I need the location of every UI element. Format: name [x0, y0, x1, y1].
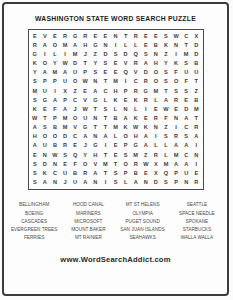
grid-cell: D — [121, 50, 131, 59]
grid-cell: S — [30, 178, 40, 187]
grid-cell: Y — [80, 151, 90, 160]
word-search-page: WASHINGTON STATE WORD SEARCH PUZZLE EVER… — [0, 0, 233, 300]
grid-cell: I — [110, 41, 120, 50]
grid-cell: E — [121, 96, 131, 105]
grid-cell: Q — [161, 169, 171, 178]
grid-cell: L — [100, 96, 110, 105]
grid-cell: A — [171, 142, 181, 151]
grid-cell: U — [181, 169, 191, 178]
grid-cell: P — [171, 178, 181, 187]
grid-cell: S — [100, 59, 110, 68]
grid-cell: F — [161, 114, 171, 123]
grid-cell: S — [30, 160, 40, 169]
grid-cell: S — [181, 133, 191, 142]
grid-cell: A — [30, 123, 40, 132]
grid-cell: M — [151, 87, 161, 96]
grid-cell: O — [50, 41, 60, 50]
grid-cell: E — [100, 32, 110, 41]
grid-cell: M — [171, 151, 181, 160]
grid-cell: I — [100, 178, 110, 187]
grid-cell: N — [141, 178, 151, 187]
grid-cell: Z — [141, 151, 151, 160]
grid-cell: U — [60, 169, 70, 178]
grid-cell: B — [110, 114, 120, 123]
grid-cell: U — [40, 87, 50, 96]
grid-cell: D — [40, 160, 50, 169]
grid-cell: Z — [70, 87, 80, 96]
word-list-item: PUGET SOUND — [117, 218, 168, 226]
grid-cell: E — [110, 59, 120, 68]
grid-cell: M — [161, 160, 171, 169]
grid-cell: G — [80, 123, 90, 132]
word-list-column: HOOD CANALMARINERSMICROSOFTMOUNT BAKERMT… — [63, 201, 114, 242]
grid-cell: Q — [70, 151, 80, 160]
word-list-column: SEATTLESPACE NEEDLESPOKANESTARBUCKSWALLA… — [171, 201, 222, 242]
grid-cell: M — [131, 151, 141, 160]
grid-cell: R — [171, 96, 181, 105]
grid-cell: L — [161, 151, 171, 160]
grid-cell: E — [171, 105, 181, 114]
grid-cell: I — [141, 105, 151, 114]
grid-cell: I — [171, 50, 181, 59]
grid-cell: L — [121, 178, 131, 187]
grid-cell: Q — [121, 69, 131, 78]
grid-cell: T — [100, 151, 110, 160]
grid-cell: A — [121, 114, 131, 123]
grid-cell: T — [90, 123, 100, 132]
grid-cell: T — [80, 59, 90, 68]
word-list-item: MT RAINIER — [63, 234, 114, 242]
grid-cell: S — [30, 96, 40, 105]
grid-cell: G — [90, 142, 100, 151]
grid-cell: H — [151, 59, 161, 68]
grid-cell: E — [80, 87, 90, 96]
grid-cell: Z — [90, 50, 100, 59]
grid-cell: I — [40, 50, 50, 59]
grid-cell: A — [171, 160, 181, 169]
grid-cell: T — [191, 114, 201, 123]
grid-cell: G — [70, 32, 80, 41]
grid-cell: Q — [131, 50, 141, 59]
grid-cell: M — [191, 105, 201, 114]
grid-cell: K — [161, 41, 171, 50]
grid-cell: K — [30, 59, 40, 68]
grid-cell: K — [141, 123, 151, 132]
grid-cell: G — [40, 96, 50, 105]
grid-cell: X — [191, 32, 201, 41]
grid-cell: A — [50, 96, 60, 105]
grid-cell: G — [131, 142, 141, 151]
grid-cell: V — [70, 123, 80, 132]
grid-cell: L — [161, 142, 171, 151]
grid-cell: N — [121, 105, 131, 114]
grid-cell: H — [110, 87, 120, 96]
word-list-item: HOOD CANAL — [63, 201, 114, 209]
grid-cell: C — [70, 96, 80, 105]
page-border-frame: WASHINGTON STATE WORD SEARCH PUZZLE EVER… — [2, 2, 229, 296]
word-list-item: FERRIES — [9, 234, 60, 242]
grid-cell: D — [100, 50, 110, 59]
grid-cell: N — [181, 178, 191, 187]
grid-cell: J — [80, 50, 90, 59]
grid-cell: L — [131, 105, 141, 114]
grid-cell: A — [60, 105, 70, 114]
grid-cell: N — [191, 151, 201, 160]
grid-cell: O — [121, 133, 131, 142]
grid-cell: A — [80, 133, 90, 142]
grid-cell: V — [90, 160, 100, 169]
grid-cell: S — [141, 50, 151, 59]
grid-cell: W — [60, 59, 70, 68]
grid-cell: R — [191, 178, 201, 187]
grid-cell: G — [30, 50, 40, 59]
grid-cell: W — [171, 32, 181, 41]
grid-cell: K — [121, 123, 131, 132]
grid-cell: N — [40, 151, 50, 160]
grid-cell: R — [131, 160, 141, 169]
grid-cell: G — [141, 87, 151, 96]
grid-cell: E — [181, 96, 191, 105]
grid-cell: H — [90, 151, 100, 160]
puzzle-title: WASHINGTON STATE WORD SEARCH PUZZLE — [4, 15, 227, 22]
grid-cell: S — [171, 87, 181, 96]
grid-cell: E — [110, 69, 120, 78]
grid-cell: V — [121, 59, 131, 68]
grid-cell: I — [50, 87, 60, 96]
grid-cell: I — [121, 78, 131, 87]
grid-cell: F — [181, 78, 191, 87]
grid-cell: M — [50, 69, 60, 78]
grid-cell: R — [131, 87, 141, 96]
grid-cell: R — [151, 151, 161, 160]
grid-cell: W — [141, 160, 151, 169]
grid-cell: T — [90, 105, 100, 114]
grid-cell: C — [50, 169, 60, 178]
grid-cell: A — [70, 41, 80, 50]
grid-cell: Z — [161, 123, 171, 132]
grid-cell: S — [161, 69, 171, 78]
grid-cell: W — [80, 78, 90, 87]
grid-cell: S — [121, 151, 131, 160]
website-url: www.WordSearchAddict.com — [4, 255, 227, 264]
grid-cell: A — [40, 41, 50, 50]
grid-cell: M — [60, 41, 70, 50]
grid-cell: S — [90, 69, 100, 78]
grid-cell: M — [100, 160, 110, 169]
grid-cell: Y — [30, 69, 40, 78]
grid-cell: A — [131, 178, 141, 187]
grid-cell: S — [30, 78, 40, 87]
grid-cell: R — [60, 142, 70, 151]
grid-cell: R — [131, 32, 141, 41]
grid-cell: I — [60, 50, 70, 59]
grid-cell: S — [181, 59, 191, 68]
grid-cell: B — [191, 96, 201, 105]
grid-cell: N — [90, 133, 100, 142]
word-list-item: SAN JUAN ISLANDS — [117, 226, 168, 234]
grid-cell: T — [100, 123, 110, 132]
grid-cell: K — [40, 169, 50, 178]
grid-cell: E — [141, 114, 151, 123]
grid-cell: R — [151, 114, 161, 123]
grid-cell: O — [50, 133, 60, 142]
grid-cell: P — [50, 114, 60, 123]
grid-cell: E — [141, 41, 151, 50]
grid-cell: Y — [90, 59, 100, 68]
grid-cell: C — [70, 133, 80, 142]
grid-cell: T — [100, 114, 110, 123]
grid-cell: T — [40, 114, 50, 123]
grid-cell: C — [181, 151, 191, 160]
grid-cell: T — [161, 87, 171, 96]
grid-cell: D — [70, 59, 80, 68]
word-list-item: MT ST HELENS — [117, 201, 168, 209]
grid-cell: S — [161, 178, 171, 187]
grid-cell: R — [141, 96, 151, 105]
grid-cell: P — [60, 96, 70, 105]
grid-cell: P — [121, 169, 131, 178]
grid-cell: R — [80, 169, 90, 178]
grid-cell: A — [141, 59, 151, 68]
grid-cell: A — [80, 178, 90, 187]
grid-cell: L — [151, 142, 161, 151]
grid-cell: I — [100, 142, 110, 151]
grid-cell: N — [171, 114, 181, 123]
grid-cell: R — [80, 32, 90, 41]
grid-cell: U — [40, 142, 50, 151]
grid-cell: J — [80, 142, 90, 151]
letter-grid: EVERGREENTREESWCXRAOMAHGNILLEBKNTDGILIMJ… — [30, 32, 202, 187]
grid-cell: A — [30, 142, 40, 151]
grid-cell: G — [90, 41, 100, 50]
grid-cell: W — [30, 114, 40, 123]
grid-cell: I — [171, 123, 181, 132]
grid-cell: Z — [161, 50, 171, 59]
grid-cell: F — [70, 160, 80, 169]
grid-cell: Z — [191, 87, 201, 96]
grid-cell: A — [191, 133, 201, 142]
word-list-column: BELLINGHAMBOEINGCASCADESEVERGREEN TREESF… — [9, 201, 60, 242]
grid-cell: E — [70, 142, 80, 151]
grid-cell: K — [131, 96, 141, 105]
grid-cell: O — [70, 78, 80, 87]
grid-cell: E — [30, 32, 40, 41]
grid-cell: C — [181, 123, 191, 132]
grid-cell: S — [110, 169, 120, 178]
grid-cell: M — [60, 123, 70, 132]
grid-cell: D — [60, 133, 70, 142]
grid-cell: F — [50, 105, 60, 114]
grid-cell: K — [110, 96, 120, 105]
grid-cell: S — [40, 123, 50, 132]
grid-cell: A — [60, 69, 70, 78]
grid-cell: U — [191, 69, 201, 78]
grid-cell: S — [181, 87, 191, 96]
grid-cell: P — [40, 78, 50, 87]
grid-cell: S — [161, 133, 171, 142]
grid-cell: A — [90, 87, 100, 96]
grid-cell: E — [151, 105, 161, 114]
grid-cell: N — [151, 123, 161, 132]
grid-cell: K — [30, 105, 40, 114]
grid-cell: E — [90, 32, 100, 41]
grid-cell: A — [161, 96, 171, 105]
word-list-item: STARBUCKS — [171, 226, 222, 234]
grid-cell: U — [80, 114, 90, 123]
grid-cell: U — [181, 69, 191, 78]
grid-cell: L — [110, 133, 120, 142]
grid-cell: T — [110, 160, 120, 169]
word-list-item: WALLA WALLA — [171, 234, 222, 242]
grid-cell: Y — [50, 59, 60, 68]
grid-cell: K — [131, 114, 141, 123]
word-list-column: MT ST HELENSOLYMPIAPUGET SOUNDSAN JUAN I… — [117, 201, 168, 242]
grid-cell: E — [110, 142, 120, 151]
grid-cell: S — [161, 32, 171, 41]
grid-cell: M — [181, 50, 191, 59]
grid-cell: I — [151, 133, 161, 142]
grid-cell: F — [171, 69, 181, 78]
grid-cell: A — [40, 178, 50, 187]
grid-cell: A — [141, 133, 151, 142]
grid-cell: E — [141, 169, 151, 178]
grid-cell: A — [100, 133, 110, 142]
grid-cell: E — [50, 32, 60, 41]
grid-cell: N — [90, 178, 100, 187]
word-list-item: EVERGREEN TREES — [9, 226, 60, 234]
grid-cell: E — [40, 105, 50, 114]
grid-cell: N — [90, 114, 100, 123]
grid-cell: S — [100, 105, 110, 114]
grid-cell: T — [181, 41, 191, 50]
grid-cell: B — [131, 169, 141, 178]
grid-cell: P — [121, 142, 131, 151]
word-list-item: MARINERS — [63, 210, 114, 218]
grid-cell: P — [121, 87, 131, 96]
grid-cell: B — [151, 41, 161, 50]
grid-cell: T — [121, 32, 131, 41]
grid-cell: R — [191, 123, 201, 132]
grid-cell: H — [80, 41, 90, 50]
grid-cell: O — [40, 59, 50, 68]
grid-cell: W — [80, 105, 90, 114]
grid-cell: H — [131, 133, 141, 142]
grid-cell: B — [191, 59, 201, 68]
grid-cell: O — [151, 78, 161, 87]
grid-cell: L — [131, 41, 141, 50]
grid-cell: I — [191, 142, 201, 151]
grid-cell: A — [90, 169, 100, 178]
grid-cell: O — [151, 69, 161, 78]
grid-cell: C — [181, 32, 191, 41]
grid-cell: D — [151, 178, 161, 187]
letter-grid-frame: EVERGREENTREESWCXRAOMAHGNILLEBKNTDGILIMJ… — [28, 29, 204, 190]
grid-cell: U — [70, 69, 80, 78]
grid-cell: X — [60, 87, 70, 96]
word-list-item: SEATTLE — [171, 201, 222, 209]
grid-cell: M — [110, 123, 120, 132]
grid-cell: X — [151, 160, 161, 169]
grid-cell: S — [161, 78, 171, 87]
word-list-item: MICROSOFT — [63, 218, 114, 226]
grid-cell: E — [60, 160, 70, 169]
grid-cell: M — [30, 87, 40, 96]
grid-cell: W — [161, 105, 171, 114]
grid-cell: E — [110, 151, 120, 160]
grid-cell: S — [110, 178, 120, 187]
grid-cell: D — [181, 105, 191, 114]
grid-cell: O — [80, 160, 90, 169]
grid-cell: R — [60, 32, 70, 41]
grid-cell: B — [50, 142, 60, 151]
word-list-item: OLYMPIA — [117, 210, 168, 218]
grid-cell: U — [70, 178, 80, 187]
word-list-item: BELLINGHAM — [9, 201, 60, 209]
grid-cell: O — [171, 78, 181, 87]
grid-cell: N — [110, 32, 120, 41]
grid-cell: T — [191, 78, 201, 87]
grid-cell: R — [30, 41, 40, 50]
grid-cell: O — [121, 160, 131, 169]
grid-cell: B — [50, 123, 60, 132]
grid-cell: V — [40, 32, 50, 41]
grid-cell: E — [151, 32, 161, 41]
word-list-item: BOEING — [9, 210, 60, 218]
grid-cell: M — [70, 50, 80, 59]
word-list-item: SEAHAWKS — [117, 234, 168, 242]
grid-cell: N — [171, 41, 181, 50]
grid-cell: L — [50, 50, 60, 59]
grid-cell: O — [70, 114, 80, 123]
grid-cell: N — [90, 78, 100, 87]
grid-cell: U — [60, 78, 70, 87]
grid-cell: M — [110, 78, 120, 87]
grid-cell: E — [30, 151, 40, 160]
grid-cell: E — [141, 32, 151, 41]
grid-cell: I — [191, 160, 201, 169]
grid-cell: V — [131, 69, 141, 78]
grid-cell: Y — [161, 59, 171, 68]
grid-cell: H — [30, 133, 40, 142]
grid-cell: A — [181, 160, 191, 169]
word-list-item: SPACE NEEDLE — [171, 210, 222, 218]
grid-cell: A — [40, 69, 50, 78]
grid-cell: L — [110, 105, 120, 114]
grid-cell: B — [70, 169, 80, 178]
grid-cell: P — [80, 69, 90, 78]
grid-cell: D — [141, 69, 151, 78]
grid-cell: C — [131, 78, 141, 87]
grid-cell: N — [50, 178, 60, 187]
grid-cell: S — [30, 169, 40, 178]
grid-cell: L — [121, 41, 131, 50]
grid-cell: N — [50, 160, 60, 169]
grid-cell: M — [60, 114, 70, 123]
grid-cell: K — [171, 59, 181, 68]
grid-cell: O — [40, 133, 50, 142]
grid-cell: E — [191, 169, 201, 178]
grid-cell: T — [100, 169, 110, 178]
grid-cell: D — [191, 50, 201, 59]
word-list-item: MOUNT BAKER — [63, 226, 114, 234]
word-list: BELLINGHAMBOEINGCASCADESEVERGREEN TREESF… — [9, 201, 223, 242]
grid-cell: J — [60, 178, 70, 187]
grid-cell: R — [171, 133, 181, 142]
grid-cell: N — [100, 41, 110, 50]
grid-cell: N — [151, 50, 161, 59]
grid-cell: A — [181, 114, 191, 123]
grid-cell: W — [131, 123, 141, 132]
